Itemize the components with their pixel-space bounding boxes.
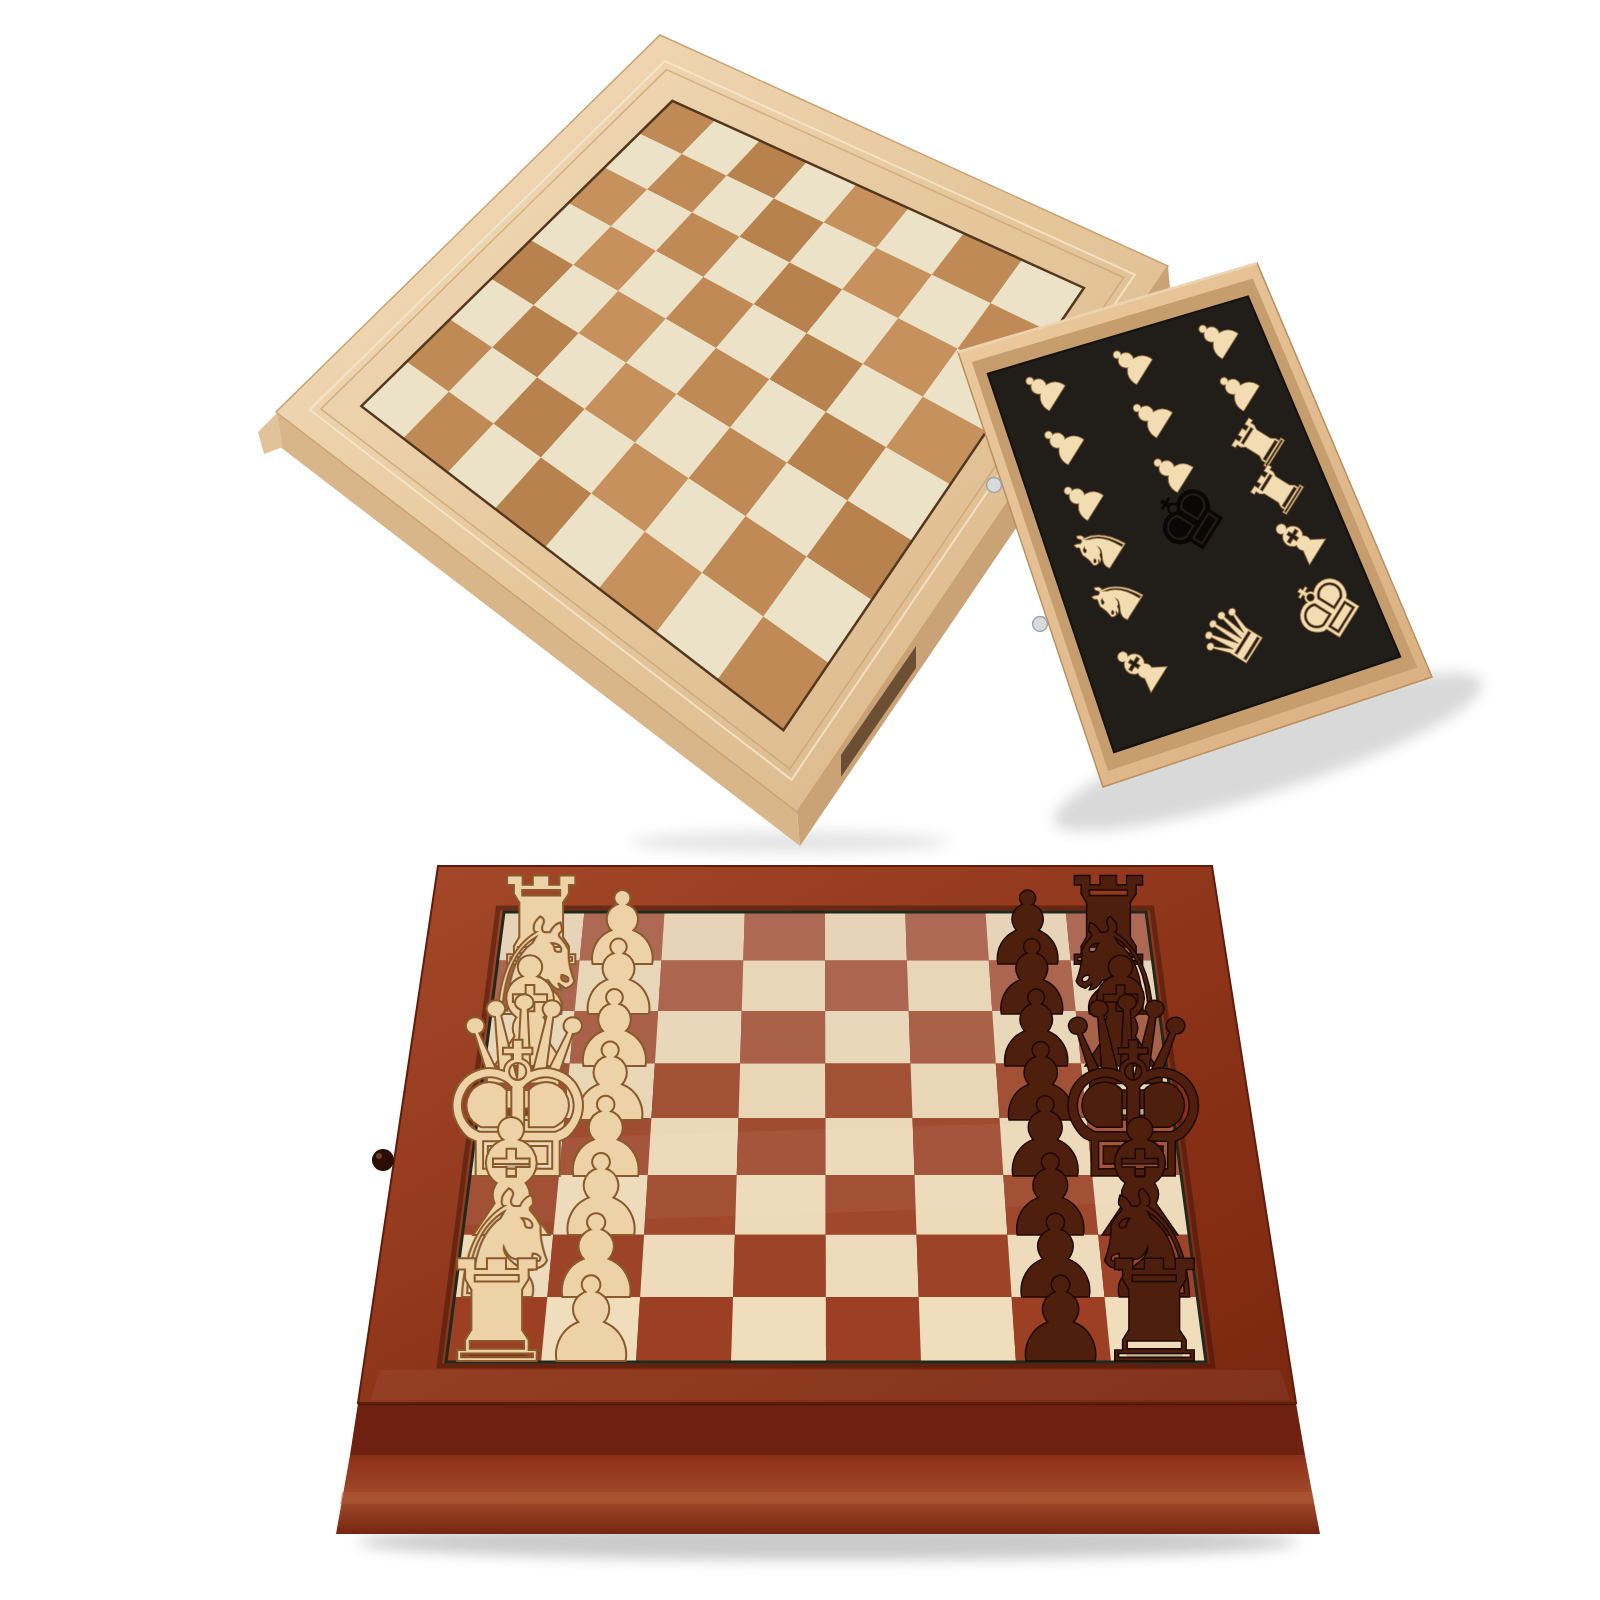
- black-rook: ♜: [1092, 1230, 1218, 1394]
- square-r6c2: [640, 1235, 735, 1297]
- square-r3c3: [739, 1063, 826, 1118]
- knob-highlight: [376, 1153, 382, 1159]
- molding-highlight: [340, 1492, 1314, 1504]
- square-r3c4: [825, 1063, 912, 1118]
- square-r6c4: [826, 1235, 919, 1297]
- base-molding-upper: [350, 1403, 1305, 1455]
- square-r3c2: [651, 1063, 740, 1118]
- square-r3c5: [911, 1063, 1000, 1118]
- product-photo-canvas: ♟♟♟♟♟♟♟♟♜♞♚♜♞♝♝♛♚♜♟♟♜♞♟♟♞♝♟♟♝♛♟♟♛♚♟♟♚♝♟♟…: [0, 0, 1600, 1600]
- chess-sets-photo: ♟♟♟♟♟♟♟♟♜♞♚♜♞♝♝♛♚♜♟♟♜♞♟♟♞♝♟♟♝♛♟♟♛♚♟♟♚♝♟♟…: [0, 0, 1600, 1600]
- magnet-dot-1: [987, 478, 1002, 493]
- square-r7c5: [919, 1297, 1016, 1362]
- square-r6c3: [733, 1235, 826, 1297]
- piece-drawer: ♟♟♟♟♟♟♟♟♜♞♚♜♞♝♝♛♚: [958, 263, 1494, 860]
- square-r7c2: [636, 1297, 733, 1362]
- square-r7c3: [731, 1297, 826, 1362]
- magnet-dot-2: [1033, 617, 1048, 632]
- square-r7c4: [826, 1297, 921, 1362]
- drawer-knob: [372, 1149, 394, 1171]
- square-r6c5: [917, 1235, 1012, 1297]
- white-pawn: ♟: [538, 1252, 643, 1389]
